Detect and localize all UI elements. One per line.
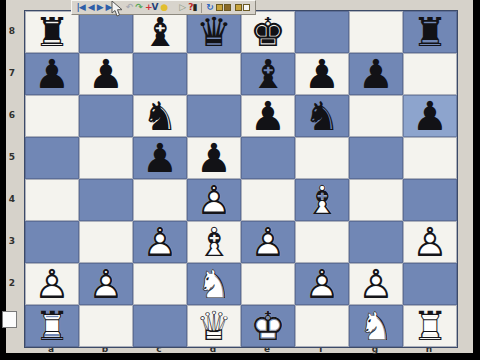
rank-label-8: 8	[5, 10, 19, 52]
square-f8[interactable]	[295, 11, 349, 53]
rank-label-2: 2	[5, 262, 19, 304]
square-g2[interactable]: ♟♙	[349, 263, 403, 305]
rank-label-7: 7	[5, 52, 19, 94]
black-p-piece: ♟	[295, 53, 349, 95]
square-c2[interactable]	[133, 263, 187, 305]
black-n-piece: ♞	[295, 95, 349, 137]
square-a5[interactable]	[25, 137, 79, 179]
square-c3[interactable]: ♟♙	[133, 221, 187, 263]
square-g7[interactable]: ♟	[349, 53, 403, 95]
square-a6[interactable]	[25, 95, 79, 137]
square-d2[interactable]: ♞♘	[187, 263, 241, 305]
black-b-piece: ♝	[133, 11, 187, 53]
black-p-piece: ♟	[241, 95, 295, 137]
square-a1[interactable]: ♜♖	[25, 305, 79, 347]
square-h1[interactable]: ♜♖	[403, 305, 457, 347]
white-p-piece: ♙	[25, 263, 79, 305]
black-p-piece: ♟	[133, 137, 187, 179]
square-h8[interactable]: ♜	[403, 11, 457, 53]
play-button[interactable]: ▷	[178, 2, 187, 13]
square-b4[interactable]	[79, 179, 133, 221]
square-d6[interactable]	[187, 95, 241, 137]
square-d4[interactable]: ♟♙	[187, 179, 241, 221]
square-e7[interactable]: ♝	[241, 53, 295, 95]
square-g3[interactable]	[349, 221, 403, 263]
square-b2[interactable]: ♟♙	[79, 263, 133, 305]
black-p-piece: ♟	[349, 53, 403, 95]
toolbar: |◀◀▶▶|↶↷+V●▷?▮↻	[71, 0, 256, 15]
white-p-piece: ♙	[403, 221, 457, 263]
square-b1[interactable]	[79, 305, 133, 347]
square-c5[interactable]: ♟	[133, 137, 187, 179]
white-k-piece: ♔	[241, 305, 295, 347]
black-n-piece: ♞	[133, 95, 187, 137]
white-p-piece: ♙	[79, 263, 133, 305]
square-b3[interactable]	[79, 221, 133, 263]
square-e2[interactable]	[241, 263, 295, 305]
square-a8[interactable]: ♜	[25, 11, 79, 53]
white-p-piece: ♙	[133, 221, 187, 263]
white-n-piece: ♘	[187, 263, 241, 305]
square-b8[interactable]	[79, 11, 133, 53]
black-p-piece: ♟	[25, 53, 79, 95]
square-c8[interactable]: ♝	[133, 11, 187, 53]
square-b6[interactable]	[79, 95, 133, 137]
nav-back-button[interactable]: ◀	[86, 2, 95, 13]
square-e8[interactable]: ♚	[241, 11, 295, 53]
square-b5[interactable]	[79, 137, 133, 179]
white-r-piece: ♖	[403, 305, 457, 347]
square-c4[interactable]	[133, 179, 187, 221]
square-f5[interactable]	[295, 137, 349, 179]
square-g5[interactable]	[349, 137, 403, 179]
square-a2[interactable]: ♟♙	[25, 263, 79, 305]
white-p-piece: ♙	[241, 221, 295, 263]
white-q-piece: ♕	[187, 305, 241, 347]
square-f4[interactable]: ♝♗	[295, 179, 349, 221]
black-p-piece: ♟	[403, 95, 457, 137]
square-f3[interactable]	[295, 221, 349, 263]
redo-arrow-icon[interactable]: ↷	[134, 2, 144, 13]
takeback-arrow-icon[interactable]: ↶	[124, 2, 134, 13]
square-c1[interactable]	[133, 305, 187, 347]
board-window-button[interactable]	[233, 2, 252, 13]
square-f6[interactable]: ♞	[295, 95, 349, 137]
square-d3[interactable]: ♝♗	[187, 221, 241, 263]
black-r-piece: ♜	[403, 11, 457, 53]
square-e1[interactable]: ♚♔	[241, 305, 295, 347]
black-b-piece: ♝	[241, 53, 295, 95]
square-f7[interactable]: ♟	[295, 53, 349, 95]
rank-label-3: 3	[5, 220, 19, 262]
nav-forward-button[interactable]: ▶	[95, 2, 104, 13]
square-e6[interactable]: ♟	[241, 95, 295, 137]
white-r-piece: ♖	[25, 305, 79, 347]
square-h7[interactable]	[403, 53, 457, 95]
black-q-piece: ♛	[187, 11, 241, 53]
background-window-fragment	[2, 311, 17, 328]
rank-label-6: 6	[5, 94, 19, 136]
white-b-piece: ♗	[295, 179, 349, 221]
square-a3[interactable]	[25, 221, 79, 263]
black-p-piece: ♟	[79, 53, 133, 95]
square-f1[interactable]	[295, 305, 349, 347]
hint-bulb-icon[interactable]: ●	[159, 2, 169, 13]
square-f2[interactable]: ♟♙	[295, 263, 349, 305]
setup-position-button[interactable]	[214, 2, 233, 13]
square-g1[interactable]: ♞♘	[349, 305, 403, 347]
toolbar-gap-2	[169, 7, 178, 8]
white-n-piece: ♘	[349, 305, 403, 347]
square-d8[interactable]: ♛	[187, 11, 241, 53]
letterbox-bottom	[0, 353, 480, 360]
nav-first-button[interactable]: |◀	[75, 2, 86, 13]
add-variation-button[interactable]: +V	[143, 2, 159, 13]
black-r-piece: ♜	[25, 11, 79, 53]
square-h4[interactable]	[403, 179, 457, 221]
square-d5[interactable]: ♟	[187, 137, 241, 179]
white-p-piece: ♙	[349, 263, 403, 305]
square-h3[interactable]: ♟♙	[403, 221, 457, 263]
square-a7[interactable]: ♟	[25, 53, 79, 95]
square-c6[interactable]: ♞	[133, 95, 187, 137]
chess-board[interactable]: ♜♝♛♚♜♟♟♝♟♟♞♟♞♟♟♟♟♙♝♗♟♙♝♗♟♙♟♙♟♙♟♙♞♘♟♙♟♙♜♖…	[24, 10, 458, 348]
white-b-piece: ♗	[187, 221, 241, 263]
square-e3[interactable]: ♟♙	[241, 221, 295, 263]
square-g4[interactable]	[349, 179, 403, 221]
square-e4[interactable]	[241, 179, 295, 221]
square-d1[interactable]: ♛♕	[187, 305, 241, 347]
square-h5[interactable]	[403, 137, 457, 179]
black-k-piece: ♚	[241, 11, 295, 53]
square-h2[interactable]	[403, 263, 457, 305]
mouse-cursor-icon	[111, 1, 124, 18]
rank-label-4: 4	[5, 178, 19, 220]
toolbar-separator	[201, 3, 202, 13]
square-g6[interactable]	[349, 95, 403, 137]
rank-label-5: 5	[5, 136, 19, 178]
letterbox-right	[473, 0, 480, 360]
square-c7[interactable]	[133, 53, 187, 95]
square-d7[interactable]	[187, 53, 241, 95]
analyze-move-button[interactable]: ?▮	[187, 2, 198, 13]
square-a4[interactable]	[25, 179, 79, 221]
square-h6[interactable]: ♟	[403, 95, 457, 137]
white-p-piece: ♙	[295, 263, 349, 305]
engine-button[interactable]: ↻	[205, 2, 215, 13]
square-b7[interactable]: ♟	[79, 53, 133, 95]
square-e5[interactable]	[241, 137, 295, 179]
white-p-piece: ♙	[187, 179, 241, 221]
black-p-piece: ♟	[187, 137, 241, 179]
square-g8[interactable]	[349, 11, 403, 53]
